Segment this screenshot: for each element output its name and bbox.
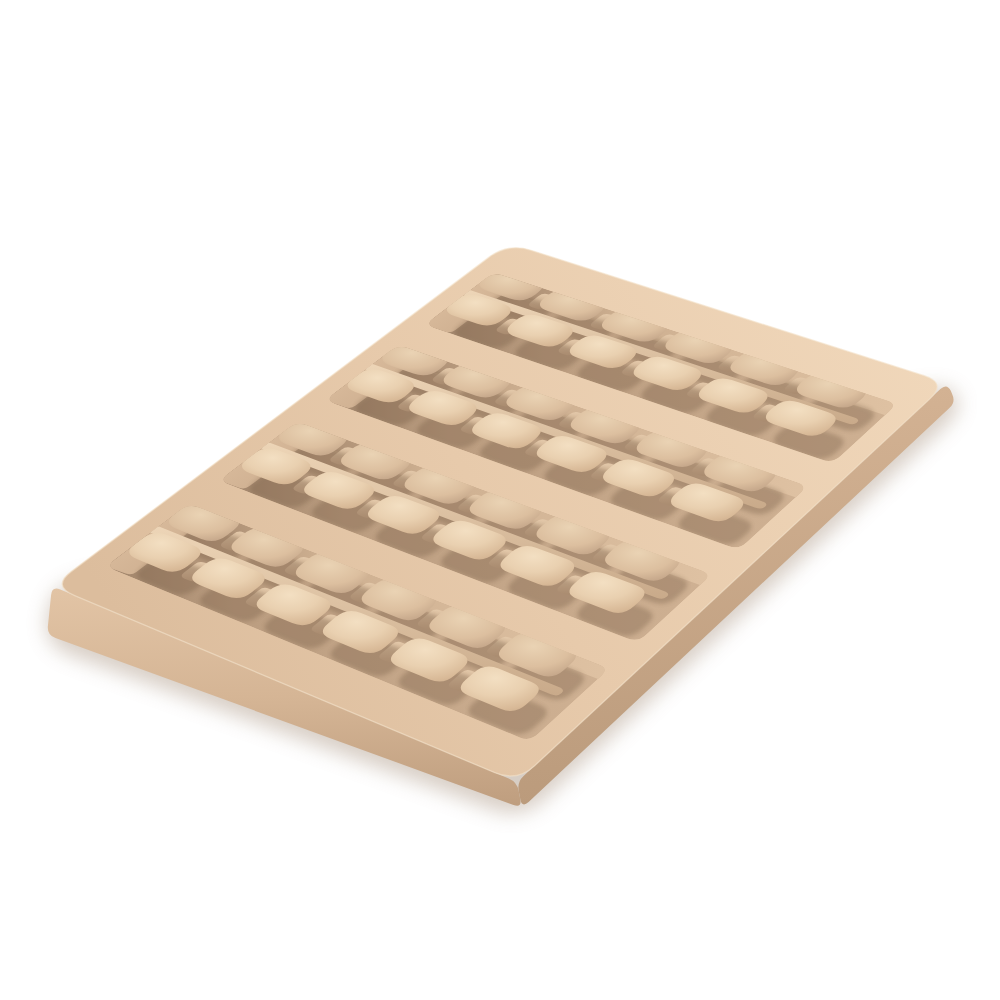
photo-canvas (0, 0, 1000, 1000)
silicone-mold-photo (0, 0, 1000, 1000)
